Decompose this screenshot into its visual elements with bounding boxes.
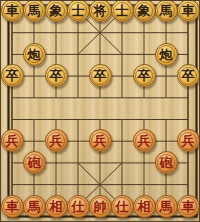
pieces-layer: 車馬象士将士象馬車炮炮卒卒卒卒卒兵兵兵兵兵砲砲車馬相仕帥仕相馬車 [1,0,199,217]
piece-black-cannon[interactable]: 炮 [23,43,46,66]
piece-glyph: 象 [138,1,151,20]
piece-glyph: 仕 [116,196,129,215]
xiangqi-board[interactable]: 車馬象士将士象馬車炮炮卒卒卒卒卒兵兵兵兵兵砲砲車馬相仕帥仕相馬車 [0,0,200,222]
piece-red-cannon[interactable]: 砲 [23,151,46,174]
piece-black-elephant[interactable]: 象 [133,0,156,22]
piece-glyph: 車 [6,196,19,215]
piece-black-advisor[interactable]: 士 [67,0,90,22]
piece-glyph: 砲 [28,153,41,172]
piece-glyph: 兵 [182,131,195,150]
piece-glyph: 卒 [138,66,151,85]
piece-glyph: 仕 [72,196,85,215]
piece-red-soldier[interactable]: 兵 [1,129,24,152]
piece-red-general[interactable]: 帥 [89,195,112,218]
piece-red-soldier[interactable]: 兵 [133,129,156,152]
piece-glyph: 車 [182,1,195,20]
piece-glyph: 帥 [94,196,107,215]
piece-red-advisor[interactable]: 仕 [67,195,90,218]
piece-glyph: 砲 [160,153,173,172]
piece-glyph: 卒 [50,66,63,85]
piece-glyph: 将 [94,1,107,20]
piece-black-chariot[interactable]: 車 [1,0,24,22]
piece-red-horse[interactable]: 馬 [23,195,46,218]
piece-black-horse[interactable]: 馬 [155,0,178,22]
piece-black-soldier[interactable]: 卒 [177,64,200,87]
piece-glyph: 兵 [6,131,19,150]
piece-glyph: 象 [50,1,63,20]
piece-glyph: 馬 [28,196,41,215]
piece-glyph: 兵 [94,131,107,150]
piece-glyph: 馬 [160,196,173,215]
piece-glyph: 馬 [28,1,41,20]
piece-black-advisor[interactable]: 士 [111,0,134,22]
piece-black-soldier[interactable]: 卒 [89,64,112,87]
piece-red-soldier[interactable]: 兵 [177,129,200,152]
piece-glyph: 相 [138,196,151,215]
piece-black-soldier[interactable]: 卒 [45,64,68,87]
piece-red-cannon[interactable]: 砲 [155,151,178,174]
piece-black-soldier[interactable]: 卒 [1,64,24,87]
piece-red-elephant[interactable]: 相 [45,195,68,218]
piece-red-horse[interactable]: 馬 [155,195,178,218]
piece-glyph: 馬 [160,1,173,20]
piece-glyph: 卒 [182,66,195,85]
piece-black-general[interactable]: 将 [89,0,112,22]
piece-glyph: 士 [72,1,85,20]
piece-glyph: 卒 [6,66,19,85]
piece-red-elephant[interactable]: 相 [133,195,156,218]
piece-red-chariot[interactable]: 車 [1,195,24,218]
piece-glyph: 車 [6,1,19,20]
piece-glyph: 士 [116,1,129,20]
piece-glyph: 兵 [138,131,151,150]
piece-glyph: 車 [182,196,195,215]
piece-black-cannon[interactable]: 炮 [155,43,178,66]
piece-glyph: 卒 [94,66,107,85]
piece-black-soldier[interactable]: 卒 [133,64,156,87]
piece-red-soldier[interactable]: 兵 [45,129,68,152]
piece-black-horse[interactable]: 馬 [23,0,46,22]
piece-glyph: 相 [50,196,63,215]
piece-red-chariot[interactable]: 車 [177,195,200,218]
piece-red-advisor[interactable]: 仕 [111,195,134,218]
piece-black-elephant[interactable]: 象 [45,0,68,22]
piece-red-soldier[interactable]: 兵 [89,129,112,152]
piece-black-chariot[interactable]: 車 [177,0,200,22]
piece-glyph: 兵 [50,131,63,150]
piece-glyph: 炮 [160,44,173,63]
piece-glyph: 炮 [28,44,41,63]
